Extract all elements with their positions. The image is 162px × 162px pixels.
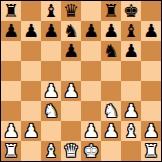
square-h1[interactable]: ♜: [141, 141, 161, 161]
square-d3[interactable]: [61, 101, 81, 121]
square-c1[interactable]: ♝: [41, 141, 61, 161]
piece-black-king[interactable]: ♚: [123, 1, 139, 21]
square-c8[interactable]: ♝: [41, 1, 61, 21]
square-g8[interactable]: ♚: [121, 1, 141, 21]
square-b2[interactable]: ♟: [21, 121, 41, 141]
square-c6[interactable]: [41, 41, 61, 61]
square-c2[interactable]: [41, 121, 61, 141]
square-a2[interactable]: ♟: [1, 121, 21, 141]
piece-white-pawn[interactable]: ♟: [3, 121, 19, 141]
piece-white-pawn[interactable]: ♟: [43, 81, 59, 101]
square-a8[interactable]: ♜: [1, 1, 21, 21]
piece-white-pawn[interactable]: ♟: [63, 81, 79, 101]
square-g4[interactable]: [121, 81, 141, 101]
square-b7[interactable]: ♟: [21, 21, 41, 41]
square-e5[interactable]: [81, 61, 101, 81]
piece-black-bishop[interactable]: ♝: [43, 1, 59, 21]
piece-white-bishop[interactable]: ♝: [123, 121, 139, 141]
square-a6[interactable]: [1, 41, 21, 61]
square-a5[interactable]: [1, 61, 21, 81]
square-h3[interactable]: [141, 101, 161, 121]
square-c3[interactable]: ♞: [41, 101, 61, 121]
square-b3[interactable]: [21, 101, 41, 121]
square-d6[interactable]: ♟: [61, 41, 81, 61]
square-e8[interactable]: [81, 1, 101, 21]
square-f1[interactable]: [101, 141, 121, 161]
piece-white-pawn[interactable]: ♟: [103, 121, 119, 141]
square-b8[interactable]: [21, 1, 41, 21]
square-b5[interactable]: [21, 61, 41, 81]
piece-white-knight[interactable]: ♞: [103, 101, 119, 121]
square-c5[interactable]: [41, 61, 61, 81]
square-b6[interactable]: [21, 41, 41, 61]
square-h6[interactable]: [141, 41, 161, 61]
piece-black-queen[interactable]: ♛: [63, 1, 79, 21]
piece-black-rook[interactable]: ♜: [3, 1, 19, 21]
piece-black-pawn[interactable]: ♟: [123, 41, 139, 61]
square-e7[interactable]: ♟: [81, 21, 101, 41]
square-d5[interactable]: [61, 61, 81, 81]
square-e1[interactable]: ♚: [81, 141, 101, 161]
square-a3[interactable]: [1, 101, 21, 121]
square-f7[interactable]: ♟: [101, 21, 121, 41]
piece-black-pawn[interactable]: ♟: [63, 41, 79, 61]
piece-white-knight[interactable]: ♞: [43, 101, 59, 121]
piece-black-knight[interactable]: ♞: [103, 41, 119, 61]
square-d7[interactable]: ♞: [61, 21, 81, 41]
square-g3[interactable]: ♟: [121, 101, 141, 121]
square-b4[interactable]: [21, 81, 41, 101]
piece-white-bishop[interactable]: ♝: [43, 141, 59, 161]
piece-black-pawn[interactable]: ♟: [23, 21, 39, 41]
square-h5[interactable]: [141, 61, 161, 81]
square-h7[interactable]: ♟: [141, 21, 161, 41]
piece-white-queen[interactable]: ♛: [63, 141, 79, 161]
square-e4[interactable]: [81, 81, 101, 101]
square-e2[interactable]: ♟: [81, 121, 101, 141]
square-h4[interactable]: [141, 81, 161, 101]
piece-white-rook[interactable]: ♜: [3, 141, 19, 161]
piece-white-pawn[interactable]: ♟: [83, 121, 99, 141]
piece-black-pawn[interactable]: ♟: [103, 21, 119, 41]
piece-black-knight[interactable]: ♞: [63, 21, 79, 41]
square-e3[interactable]: [81, 101, 101, 121]
piece-black-pawn[interactable]: ♟: [3, 21, 19, 41]
square-h8[interactable]: [141, 1, 161, 21]
piece-white-pawn[interactable]: ♟: [143, 121, 159, 141]
square-g6[interactable]: ♟: [121, 41, 141, 61]
square-d4[interactable]: ♟: [61, 81, 81, 101]
square-g5[interactable]: [121, 61, 141, 81]
square-c7[interactable]: ♟: [41, 21, 61, 41]
square-e6[interactable]: [81, 41, 101, 61]
square-g2[interactable]: ♝: [121, 121, 141, 141]
square-a4[interactable]: [1, 81, 21, 101]
piece-black-pawn[interactable]: ♟: [83, 21, 99, 41]
piece-white-rook[interactable]: ♜: [143, 141, 159, 161]
chess-board-window: ♜♝♛♜♚♟♟♟♞♟♟♝♟♟♞♟♟♟♞♞♟♟♟♟♟♝♟♜♝♛♚♜: [0, 0, 162, 162]
piece-white-king[interactable]: ♚: [83, 141, 99, 161]
square-d2[interactable]: [61, 121, 81, 141]
square-f6[interactable]: ♞: [101, 41, 121, 61]
square-f8[interactable]: ♜: [101, 1, 121, 21]
square-h2[interactable]: ♟: [141, 121, 161, 141]
piece-black-bishop[interactable]: ♝: [123, 21, 139, 41]
piece-white-pawn[interactable]: ♟: [123, 101, 139, 121]
square-b1[interactable]: [21, 141, 41, 161]
square-c4[interactable]: ♟: [41, 81, 61, 101]
square-d8[interactable]: ♛: [61, 1, 81, 21]
square-a1[interactable]: ♜: [1, 141, 21, 161]
chess-board: ♜♝♛♜♚♟♟♟♞♟♟♝♟♟♞♟♟♟♞♞♟♟♟♟♟♝♟♜♝♛♚♜: [0, 0, 162, 162]
square-g1[interactable]: [121, 141, 141, 161]
piece-black-pawn[interactable]: ♟: [43, 21, 59, 41]
piece-black-pawn[interactable]: ♟: [143, 21, 159, 41]
square-d1[interactable]: ♛: [61, 141, 81, 161]
square-f2[interactable]: ♟: [101, 121, 121, 141]
square-a7[interactable]: ♟: [1, 21, 21, 41]
piece-white-pawn[interactable]: ♟: [23, 121, 39, 141]
square-f4[interactable]: [101, 81, 121, 101]
square-f3[interactable]: ♞: [101, 101, 121, 121]
square-f5[interactable]: [101, 61, 121, 81]
piece-black-rook[interactable]: ♜: [103, 1, 119, 21]
square-g7[interactable]: ♝: [121, 21, 141, 41]
